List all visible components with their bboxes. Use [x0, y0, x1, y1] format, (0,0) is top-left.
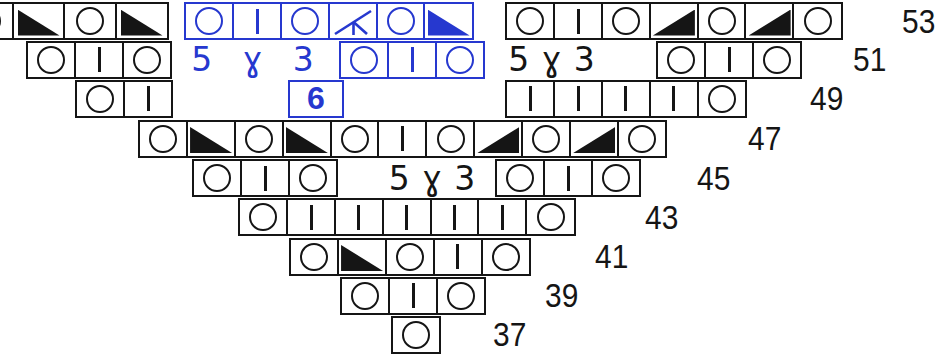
decrease-left-icon	[341, 245, 383, 271]
yarn-over-icon	[86, 85, 114, 113]
yarn-over-cell	[192, 159, 242, 197]
yarn-over-cell	[436, 277, 486, 315]
yarn-over-icon	[300, 243, 328, 271]
yarn-over-icon	[537, 203, 565, 231]
knit-stitch-cell	[286, 198, 336, 236]
row-53-repeat-cells	[184, 2, 474, 40]
yarn-over-cell	[75, 80, 125, 118]
knit-stitch-cell	[704, 41, 754, 79]
yarn-over-cell	[280, 2, 330, 40]
row-number-49: 49	[810, 80, 843, 118]
knit-stitch-icon	[405, 205, 408, 230]
decrease-right-cell	[569, 120, 619, 158]
yarn-over-cell	[376, 2, 426, 40]
yarn-over-cell	[495, 159, 545, 197]
knit-stitch-icon	[577, 86, 580, 111]
yarn-over-cell	[601, 2, 651, 40]
row-43-cells	[238, 198, 576, 236]
decrease-right-icon	[749, 10, 791, 36]
yarn-over-cell	[591, 159, 641, 197]
yarn-over-cell	[617, 120, 667, 158]
yarn-over-icon	[492, 243, 520, 271]
row-number-43: 43	[645, 198, 678, 236]
yarn-over-icon	[708, 85, 736, 113]
yarn-over-icon	[0, 7, 1, 35]
knit-stitch-cell	[543, 159, 593, 197]
row-number-53: 53	[902, 2, 935, 40]
row-number-41: 41	[595, 238, 628, 276]
knit-stitch-cell	[382, 198, 432, 236]
yarn-over-icon	[299, 164, 327, 192]
knit-stitch-icon	[453, 205, 456, 230]
knit-stitch-cell	[505, 80, 555, 118]
knit-stitch-cell	[123, 80, 173, 118]
knit-stitch-cell	[387, 41, 437, 79]
decrease-left-icon	[428, 10, 470, 36]
row-number-47: 47	[748, 120, 781, 158]
knit-stitch-icon	[256, 9, 259, 34]
yarn-over-icon	[804, 7, 832, 35]
decrease-right-icon	[653, 10, 695, 36]
yarn-over-icon	[76, 7, 104, 35]
yarn-over-icon	[249, 203, 277, 231]
knit-stitch-icon	[411, 47, 414, 72]
row-number-39: 39	[545, 277, 578, 315]
decrease-right-cell	[473, 120, 523, 158]
yarn-over-icon	[446, 46, 474, 74]
yarn-over-cell	[184, 2, 234, 40]
yarn-over-icon	[532, 125, 560, 153]
decrease-left-cell	[186, 120, 236, 158]
yarn-over-icon	[447, 282, 475, 310]
row-49-cells	[505, 80, 747, 118]
yarn-over-cell	[122, 41, 172, 79]
row-45-cells	[495, 159, 641, 197]
yarn-over-icon	[396, 243, 424, 271]
yarn-over-cell	[340, 277, 390, 315]
yarn-over-icon	[387, 7, 415, 35]
yarn-over-cell	[385, 238, 435, 276]
row-51-cells	[26, 41, 172, 79]
row-37-cells	[391, 316, 441, 354]
knit-stitch-cell	[433, 238, 483, 276]
row-51-repeat-cells	[339, 41, 485, 79]
yarn-over-icon	[37, 46, 65, 74]
knit-stitch-icon	[147, 86, 150, 111]
decrease-left-cell	[337, 238, 387, 276]
yarn-over-icon	[506, 164, 534, 192]
yarn-over-icon	[341, 125, 369, 153]
row-number-45: 45	[697, 159, 730, 197]
yarn-over-icon	[350, 46, 378, 74]
decrease-left-icon	[190, 127, 232, 153]
knit-stitch-cell	[649, 80, 699, 118]
yarn-over-cell	[238, 198, 288, 236]
knit-stitch-cell	[74, 41, 124, 79]
knit-stitch-icon	[310, 205, 313, 230]
yarn-over-cell	[521, 120, 571, 158]
knit-stitch-icon	[98, 47, 101, 72]
yarn-over-cell	[697, 80, 747, 118]
row-39-cells	[340, 277, 486, 315]
row-47-cells	[138, 120, 667, 158]
yarn-over-cell	[63, 2, 117, 40]
knit-stitch-icon	[401, 126, 404, 151]
decrease-left-icon	[121, 10, 163, 36]
gather-5-into-3-label: 5 ɣ 3	[179, 41, 329, 79]
yarn-over-icon	[351, 282, 379, 310]
yarn-over-icon	[763, 46, 791, 74]
decrease-right-cell	[649, 2, 699, 40]
yarn-over-cell	[425, 120, 475, 158]
decrease-left-icon	[286, 127, 328, 153]
knit-stitch-icon	[529, 86, 532, 111]
yarn-over-cell	[234, 120, 284, 158]
decrease-left-icon	[18, 10, 60, 36]
yarn-over-icon	[628, 125, 656, 153]
knit-stitch-icon	[624, 86, 627, 111]
yarn-over-cell	[656, 41, 706, 79]
repeat-count-box: 6	[288, 80, 344, 118]
yarn-over-cell	[481, 238, 531, 276]
yarn-over-cell	[525, 198, 575, 236]
yarn-over-icon	[402, 321, 430, 349]
yarn-over-cell	[26, 41, 76, 79]
yarn-over-icon	[667, 46, 695, 74]
yarn-over-icon	[612, 7, 640, 35]
yarn-over-icon	[133, 46, 161, 74]
yarn-over-cell	[138, 120, 188, 158]
row-number-37: 37	[493, 316, 526, 354]
yarn-over-icon	[245, 125, 273, 153]
gather-5-into-3-label: 5 ɣ 3	[385, 159, 480, 197]
yarn-over-cell	[289, 238, 339, 276]
decrease-right-icon	[477, 127, 519, 153]
knit-stitch-icon	[728, 47, 731, 72]
knit-stitch-icon	[672, 86, 675, 111]
knit-stitch-cell	[388, 277, 438, 315]
triple-decrease-cell	[328, 2, 378, 40]
knit-stitch-cell	[232, 2, 282, 40]
row-53-cells	[505, 2, 843, 40]
knit-stitch-icon	[501, 205, 504, 230]
knit-stitch-cell	[430, 198, 480, 236]
decrease-left-cell	[115, 2, 169, 40]
decrease-left-cell	[12, 2, 66, 40]
yarn-over-icon	[203, 164, 231, 192]
knit-stitch-cell	[240, 159, 290, 197]
yarn-over-icon	[437, 125, 465, 153]
knit-stitch-icon	[456, 244, 459, 269]
yarn-over-cell	[435, 41, 485, 79]
knit-stitch-cell	[377, 120, 427, 158]
knit-stitch-cell	[477, 198, 527, 236]
yarn-over-icon	[602, 164, 630, 192]
knit-stitch-cell	[601, 80, 651, 118]
knit-stitch-icon	[567, 166, 570, 191]
knit-stitch-icon	[577, 9, 580, 34]
gather-5-into-3-label: 5 ɣ 3	[506, 41, 598, 79]
row-45-cells	[192, 159, 338, 197]
yarn-over-cell	[697, 2, 747, 40]
decrease-right-cell	[744, 2, 794, 40]
knit-stitch-icon	[357, 205, 360, 230]
yarn-over-icon	[291, 7, 319, 35]
row-41-cells	[289, 238, 531, 276]
knit-stitch-cell	[553, 2, 603, 40]
decrease-left-cell	[423, 2, 473, 40]
yarn-over-icon	[708, 7, 736, 35]
yarn-over-cell	[339, 41, 389, 79]
row-49-cells	[75, 80, 173, 118]
yarn-over-cell	[288, 159, 338, 197]
row-number-51: 51	[853, 41, 886, 79]
knitting-chart: 535 ɣ 35 ɣ 351649475 ɣ 34543413937	[0, 0, 939, 357]
triple-decrease-icon	[332, 8, 374, 36]
decrease-left-cell	[282, 120, 332, 158]
yarn-over-cell	[330, 120, 380, 158]
yarn-over-cell	[505, 2, 555, 40]
row-51-cells	[656, 41, 802, 79]
row-53-cells	[0, 2, 169, 40]
yarn-over-cell	[391, 316, 441, 354]
knit-stitch-cell	[334, 198, 384, 236]
knit-stitch-cell	[553, 80, 603, 118]
yarn-over-icon	[149, 125, 177, 153]
decrease-right-icon	[573, 127, 615, 153]
yarn-over-cell	[792, 2, 842, 40]
yarn-over-icon	[195, 7, 223, 35]
yarn-over-icon	[516, 7, 544, 35]
yarn-over-cell	[752, 41, 802, 79]
knit-stitch-icon	[264, 166, 267, 191]
knit-stitch-icon	[412, 283, 415, 308]
